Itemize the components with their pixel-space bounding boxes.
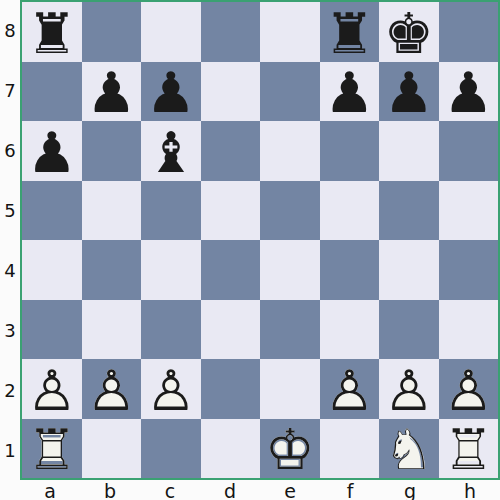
piece-white-pawn: ♟♙ xyxy=(439,359,499,419)
square-f6[interactable] xyxy=(320,121,380,181)
square-c2[interactable]: ♟♙ xyxy=(141,359,201,419)
square-g3[interactable] xyxy=(379,300,439,360)
piece-black-pawn: ♟ xyxy=(22,121,82,181)
rank-labels: 87654321 xyxy=(0,0,20,480)
square-b8[interactable] xyxy=(82,2,142,62)
white-rook-icon: ♜ xyxy=(22,421,82,481)
square-d4[interactable] xyxy=(201,240,261,300)
board-frame: ♜♜♚♟♟♟♟♟♟♝♟♙♟♙♟♙♟♙♟♙♟♙♜♖♚♔♞♘♜♖ xyxy=(20,0,500,480)
board: ♜♜♚♟♟♟♟♟♟♝♟♙♟♙♟♙♟♙♟♙♟♙♜♖♚♔♞♘♜♖ xyxy=(22,2,498,478)
white-rook-outline-icon: ♖ xyxy=(439,421,499,481)
white-rook-outline-icon: ♖ xyxy=(22,421,82,481)
rank-label-2: 2 xyxy=(0,360,20,420)
white-pawn-icon: ♟ xyxy=(320,361,380,421)
square-g8[interactable]: ♚ xyxy=(379,2,439,62)
square-b6[interactable] xyxy=(82,121,142,181)
white-pawn-icon: ♟ xyxy=(439,361,499,421)
file-label-b: b xyxy=(80,480,140,500)
white-king-outline-icon: ♔ xyxy=(260,421,320,481)
black-king-icon: ♚ xyxy=(379,4,439,64)
square-h8[interactable] xyxy=(439,2,499,62)
file-label-f: f xyxy=(320,480,380,500)
piece-black-pawn: ♟ xyxy=(141,62,201,122)
piece-white-pawn: ♟♙ xyxy=(82,359,142,419)
square-a8[interactable]: ♜ xyxy=(22,2,82,62)
square-f7[interactable]: ♟ xyxy=(320,62,380,122)
square-g4[interactable] xyxy=(379,240,439,300)
chessboard-page: 87654321 ♜♜♚♟♟♟♟♟♟♝♟♙♟♙♟♙♟♙♟♙♟♙♜♖♚♔♞♘♜♖ … xyxy=(0,0,500,500)
square-c3[interactable] xyxy=(141,300,201,360)
file-label-h: h xyxy=(440,480,500,500)
file-label-a: a xyxy=(20,480,80,500)
piece-white-pawn: ♟♙ xyxy=(379,359,439,419)
square-d2[interactable] xyxy=(201,359,261,419)
black-bishop-icon: ♝ xyxy=(141,123,201,183)
square-a1[interactable]: ♜♖ xyxy=(22,419,82,479)
square-e7[interactable] xyxy=(260,62,320,122)
black-pawn-icon: ♟ xyxy=(82,64,142,124)
square-h3[interactable] xyxy=(439,300,499,360)
white-rook-icon: ♜ xyxy=(439,421,499,481)
square-h6[interactable] xyxy=(439,121,499,181)
rank-label-1: 1 xyxy=(0,420,20,480)
piece-white-rook: ♜♖ xyxy=(22,419,82,479)
square-b7[interactable]: ♟ xyxy=(82,62,142,122)
white-knight-icon: ♞ xyxy=(379,421,439,481)
piece-white-knight: ♞♘ xyxy=(379,419,439,479)
square-f4[interactable] xyxy=(320,240,380,300)
square-g5[interactable] xyxy=(379,181,439,241)
piece-black-rook: ♜ xyxy=(22,2,82,62)
white-knight-outline-icon: ♘ xyxy=(379,421,439,481)
square-d3[interactable] xyxy=(201,300,261,360)
piece-black-pawn: ♟ xyxy=(82,62,142,122)
piece-white-king: ♚♔ xyxy=(260,419,320,479)
square-g2[interactable]: ♟♙ xyxy=(379,359,439,419)
black-pawn-icon: ♟ xyxy=(320,64,380,124)
piece-white-pawn: ♟♙ xyxy=(22,359,82,419)
square-e8[interactable] xyxy=(260,2,320,62)
piece-black-pawn: ♟ xyxy=(439,62,499,122)
square-f3[interactable] xyxy=(320,300,380,360)
square-g6[interactable] xyxy=(379,121,439,181)
square-a7[interactable] xyxy=(22,62,82,122)
piece-white-pawn: ♟♙ xyxy=(141,359,201,419)
file-label-e: e xyxy=(260,480,320,500)
square-d1[interactable] xyxy=(201,419,261,479)
white-pawn-icon: ♟ xyxy=(141,361,201,421)
rank-label-8: 8 xyxy=(0,0,20,60)
square-e5[interactable] xyxy=(260,181,320,241)
rank-label-5: 5 xyxy=(0,180,20,240)
square-a3[interactable] xyxy=(22,300,82,360)
black-rook-icon: ♜ xyxy=(320,4,380,64)
square-d8[interactable] xyxy=(201,2,261,62)
white-pawn-outline-icon: ♙ xyxy=(141,361,201,421)
square-a5[interactable] xyxy=(22,181,82,241)
rank-label-4: 4 xyxy=(0,240,20,300)
square-h2[interactable]: ♟♙ xyxy=(439,359,499,419)
square-e3[interactable] xyxy=(260,300,320,360)
square-d5[interactable] xyxy=(201,181,261,241)
piece-black-king: ♚ xyxy=(379,2,439,62)
square-f1[interactable] xyxy=(320,419,380,479)
square-b1[interactable] xyxy=(82,419,142,479)
rank-label-3: 3 xyxy=(0,300,20,360)
square-h1[interactable]: ♜♖ xyxy=(439,419,499,479)
corner-spacer xyxy=(0,480,20,500)
square-b5[interactable] xyxy=(82,181,142,241)
white-pawn-outline-icon: ♙ xyxy=(22,361,82,421)
square-f2[interactable]: ♟♙ xyxy=(320,359,380,419)
square-c4[interactable] xyxy=(141,240,201,300)
black-pawn-icon: ♟ xyxy=(439,64,499,124)
square-c5[interactable] xyxy=(141,181,201,241)
square-a2[interactable]: ♟♙ xyxy=(22,359,82,419)
white-king-icon: ♚ xyxy=(260,421,320,481)
square-c7[interactable]: ♟ xyxy=(141,62,201,122)
rank-label-7: 7 xyxy=(0,60,20,120)
square-f8[interactable]: ♜ xyxy=(320,2,380,62)
white-pawn-outline-icon: ♙ xyxy=(439,361,499,421)
square-g7[interactable]: ♟ xyxy=(379,62,439,122)
white-pawn-icon: ♟ xyxy=(379,361,439,421)
square-h4[interactable] xyxy=(439,240,499,300)
square-f5[interactable] xyxy=(320,181,380,241)
piece-black-bishop: ♝ xyxy=(141,121,201,181)
white-pawn-outline-icon: ♙ xyxy=(320,361,380,421)
white-pawn-outline-icon: ♙ xyxy=(82,361,142,421)
rank-label-6: 6 xyxy=(0,120,20,180)
square-e6[interactable] xyxy=(260,121,320,181)
square-d7[interactable] xyxy=(201,62,261,122)
square-g1[interactable]: ♞♘ xyxy=(379,419,439,479)
piece-white-pawn: ♟♙ xyxy=(320,359,380,419)
file-label-c: c xyxy=(140,480,200,500)
white-pawn-icon: ♟ xyxy=(22,361,82,421)
black-pawn-icon: ♟ xyxy=(141,64,201,124)
square-a6[interactable]: ♟ xyxy=(22,121,82,181)
piece-black-rook: ♜ xyxy=(320,2,380,62)
black-rook-icon: ♜ xyxy=(22,4,82,64)
square-c6[interactable]: ♝ xyxy=(141,121,201,181)
piece-white-rook: ♜♖ xyxy=(439,419,499,479)
square-h7[interactable]: ♟ xyxy=(439,62,499,122)
square-a4[interactable] xyxy=(22,240,82,300)
square-d6[interactable] xyxy=(201,121,261,181)
square-e4[interactable] xyxy=(260,240,320,300)
square-e2[interactable] xyxy=(260,359,320,419)
square-b2[interactable]: ♟♙ xyxy=(82,359,142,419)
file-labels: abcdefgh xyxy=(20,480,500,500)
square-e1[interactable]: ♚♔ xyxy=(260,419,320,479)
square-b3[interactable] xyxy=(82,300,142,360)
square-h5[interactable] xyxy=(439,181,499,241)
black-pawn-icon: ♟ xyxy=(22,123,82,183)
square-c8[interactable] xyxy=(141,2,201,62)
white-pawn-outline-icon: ♙ xyxy=(379,361,439,421)
square-b4[interactable] xyxy=(82,240,142,300)
white-pawn-icon: ♟ xyxy=(82,361,142,421)
square-c1[interactable] xyxy=(141,419,201,479)
piece-black-pawn: ♟ xyxy=(379,62,439,122)
file-label-d: d xyxy=(200,480,260,500)
piece-black-pawn: ♟ xyxy=(320,62,380,122)
file-label-g: g xyxy=(380,480,440,500)
black-pawn-icon: ♟ xyxy=(379,64,439,124)
